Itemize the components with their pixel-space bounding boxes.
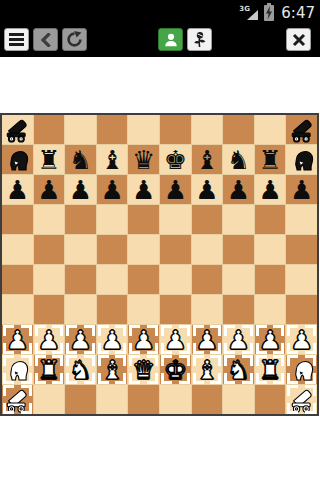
square-d10[interactable]: [97, 115, 128, 144]
square-j6[interactable]: [286, 235, 317, 264]
square-b9[interactable]: ♜: [34, 145, 65, 174]
square-d5[interactable]: [97, 265, 128, 294]
square-a4[interactable]: [2, 295, 33, 324]
piece-white-pawn: ♟: [6, 327, 29, 353]
square-j1[interactable]: [286, 385, 317, 414]
battery-charging-icon: [264, 5, 274, 21]
player-button[interactable]: [158, 28, 183, 51]
square-h4[interactable]: [223, 295, 254, 324]
square-b2[interactable]: ♜: [34, 355, 65, 384]
signal-3g-icon: 3G: [239, 5, 259, 21]
square-j7[interactable]: [286, 205, 317, 234]
square-b6[interactable]: [34, 235, 65, 264]
square-g10[interactable]: [192, 115, 223, 144]
square-d3[interactable]: ♟: [97, 325, 128, 354]
square-h2[interactable]: ♞: [223, 355, 254, 384]
square-d7[interactable]: [97, 205, 128, 234]
square-h5[interactable]: [223, 265, 254, 294]
square-a6[interactable]: [2, 235, 33, 264]
square-e9[interactable]: ♛: [128, 145, 159, 174]
flower-icon: [192, 31, 208, 48]
toolbar: [0, 25, 320, 57]
person-icon: [163, 32, 179, 48]
piece-white-pawn: ♟: [290, 327, 313, 353]
piece-black-pawn: ♟: [132, 177, 155, 203]
piece-white-pawn: ♟: [258, 327, 281, 353]
back-chevron-icon: [39, 33, 53, 47]
square-f5[interactable]: [160, 265, 191, 294]
signal-strength-icon: [247, 10, 258, 20]
status-bar: 3G 6:47: [0, 0, 320, 25]
square-j9[interactable]: [286, 145, 317, 174]
flower-button[interactable]: [187, 28, 212, 51]
square-i2[interactable]: ♜: [255, 355, 286, 384]
piece-white-elephant: [289, 357, 315, 383]
square-e2[interactable]: ♛: [128, 355, 159, 384]
square-e6[interactable]: [128, 235, 159, 264]
piece-black-bishop: ♝: [100, 147, 123, 173]
refresh-button[interactable]: [62, 28, 87, 51]
piece-white-king: ♚: [164, 357, 187, 383]
piece-black-pawn: ♟: [164, 177, 187, 203]
piece-white-elephant: [4, 357, 30, 383]
square-a9[interactable]: [2, 145, 33, 174]
app-window: 3G 6:47 ♜♞♝♛♚♝♞♜♟♟♟♟♟♟♟♟♟♟♟♟♟♟♟♟♟♟♟♟♜♞♝♛…: [0, 0, 320, 480]
square-j10[interactable]: [286, 115, 317, 144]
square-e4[interactable]: [128, 295, 159, 324]
piece-white-bishop: ♝: [100, 357, 123, 383]
square-h3[interactable]: ♟: [223, 325, 254, 354]
piece-black-pawn: ♟: [227, 177, 250, 203]
square-h8[interactable]: ♟: [223, 175, 254, 204]
piece-white-pawn: ♟: [37, 327, 60, 353]
square-g3[interactable]: ♟: [192, 325, 223, 354]
piece-white-knight: ♞: [227, 357, 250, 383]
square-c6[interactable]: [65, 235, 96, 264]
piece-black-cannon: [4, 117, 30, 143]
piece-white-cannon: [289, 387, 315, 413]
square-e10[interactable]: [128, 115, 159, 144]
square-g4[interactable]: [192, 295, 223, 324]
piece-black-rook: ♜: [258, 147, 281, 173]
square-b5[interactable]: [34, 265, 65, 294]
square-h7[interactable]: [223, 205, 254, 234]
square-f9[interactable]: ♚: [160, 145, 191, 174]
square-i7[interactable]: [255, 205, 286, 234]
square-i10[interactable]: [255, 115, 286, 144]
square-a3[interactable]: ♟: [2, 325, 33, 354]
square-d6[interactable]: [97, 235, 128, 264]
square-a2[interactable]: [2, 355, 33, 384]
square-b8[interactable]: ♟: [34, 175, 65, 204]
piece-black-queen: ♛: [132, 147, 155, 173]
piece-black-pawn: ♟: [69, 177, 92, 203]
square-d8[interactable]: ♟: [97, 175, 128, 204]
square-g9[interactable]: ♝: [192, 145, 223, 174]
square-h1[interactable]: [223, 385, 254, 414]
square-c4[interactable]: [65, 295, 96, 324]
piece-black-pawn: ♟: [100, 177, 123, 203]
square-b3[interactable]: ♟: [34, 325, 65, 354]
square-d1[interactable]: [97, 385, 128, 414]
square-e7[interactable]: [128, 205, 159, 234]
square-h6[interactable]: [223, 235, 254, 264]
piece-black-knight: ♞: [227, 147, 250, 173]
square-f1[interactable]: [160, 385, 191, 414]
close-button[interactable]: [286, 28, 311, 51]
piece-black-elephant: [4, 147, 30, 173]
clock: 6:47: [281, 4, 315, 22]
square-g6[interactable]: [192, 235, 223, 264]
square-f6[interactable]: [160, 235, 191, 264]
square-e1[interactable]: [128, 385, 159, 414]
square-j4[interactable]: [286, 295, 317, 324]
piece-white-pawn: ♟: [195, 327, 218, 353]
square-e3[interactable]: ♟: [128, 325, 159, 354]
square-c9[interactable]: ♞: [65, 145, 96, 174]
piece-white-knight: ♞: [69, 357, 92, 383]
square-c5[interactable]: [65, 265, 96, 294]
square-h9[interactable]: ♞: [223, 145, 254, 174]
piece-black-knight: ♞: [69, 147, 92, 173]
piece-white-pawn: ♟: [69, 327, 92, 353]
square-f7[interactable]: [160, 205, 191, 234]
square-c2[interactable]: ♞: [65, 355, 96, 384]
piece-black-pawn: ♟: [37, 177, 60, 203]
hamburger-menu-icon: [9, 38, 24, 41]
square-d9[interactable]: ♝: [97, 145, 128, 174]
square-j5[interactable]: [286, 265, 317, 294]
square-e5[interactable]: [128, 265, 159, 294]
square-b7[interactable]: [34, 205, 65, 234]
square-a7[interactable]: [2, 205, 33, 234]
piece-black-pawn: ♟: [258, 177, 281, 203]
square-b4[interactable]: [34, 295, 65, 324]
square-f4[interactable]: [160, 295, 191, 324]
piece-black-king: ♚: [164, 147, 187, 173]
square-f3[interactable]: ♟: [160, 325, 191, 354]
back-button[interactable]: [33, 28, 58, 51]
piece-black-rook: ♜: [37, 147, 60, 173]
square-a8[interactable]: ♟: [2, 175, 33, 204]
menu-button[interactable]: [4, 28, 29, 51]
square-d4[interactable]: [97, 295, 128, 324]
square-e8[interactable]: ♟: [128, 175, 159, 204]
square-i4[interactable]: [255, 295, 286, 324]
piece-black-pawn: ♟: [195, 177, 218, 203]
square-f2[interactable]: ♚: [160, 355, 191, 384]
square-i5[interactable]: [255, 265, 286, 294]
refresh-arrow-icon: [66, 31, 83, 48]
piece-white-bishop: ♝: [195, 357, 218, 383]
square-b1[interactable]: [34, 385, 65, 414]
piece-white-pawn: ♟: [132, 327, 155, 353]
square-j3[interactable]: ♟: [286, 325, 317, 354]
square-a5[interactable]: [2, 265, 33, 294]
piece-black-bishop: ♝: [195, 147, 218, 173]
piece-white-cannon: [4, 387, 30, 413]
square-f8[interactable]: ♟: [160, 175, 191, 204]
square-i8[interactable]: ♟: [255, 175, 286, 204]
square-d2[interactable]: ♝: [97, 355, 128, 384]
piece-white-pawn: ♟: [100, 327, 123, 353]
square-c10[interactable]: [65, 115, 96, 144]
square-j8[interactable]: ♟: [286, 175, 317, 204]
square-c7[interactable]: [65, 205, 96, 234]
square-g5[interactable]: [192, 265, 223, 294]
square-b10[interactable]: [34, 115, 65, 144]
square-c3[interactable]: ♟: [65, 325, 96, 354]
square-g8[interactable]: ♟: [192, 175, 223, 204]
piece-white-rook: ♜: [37, 357, 60, 383]
close-x-icon: [292, 33, 306, 47]
piece-white-pawn: ♟: [164, 327, 187, 353]
square-a10[interactable]: [2, 115, 33, 144]
square-a1[interactable]: [2, 385, 33, 414]
piece-black-cannon: [289, 117, 315, 143]
square-i1[interactable]: [255, 385, 286, 414]
square-i6[interactable]: [255, 235, 286, 264]
square-j2[interactable]: [286, 355, 317, 384]
square-g2[interactable]: ♝: [192, 355, 223, 384]
square-i3[interactable]: ♟: [255, 325, 286, 354]
piece-white-queen: ♛: [132, 357, 155, 383]
piece-white-pawn: ♟: [227, 327, 250, 353]
piece-black-pawn: ♟: [6, 177, 29, 203]
piece-black-pawn: ♟: [290, 177, 313, 203]
piece-white-rook: ♜: [258, 357, 281, 383]
chess-board: ♜♞♝♛♚♝♞♜♟♟♟♟♟♟♟♟♟♟♟♟♟♟♟♟♟♟♟♟♜♞♝♛♚♝♞♜: [0, 113, 319, 416]
square-i9[interactable]: ♜: [255, 145, 286, 174]
square-g7[interactable]: [192, 205, 223, 234]
square-g1[interactable]: [192, 385, 223, 414]
square-c8[interactable]: ♟: [65, 175, 96, 204]
square-h10[interactable]: [223, 115, 254, 144]
piece-black-elephant: [289, 147, 315, 173]
square-c1[interactable]: [65, 385, 96, 414]
square-f10[interactable]: [160, 115, 191, 144]
